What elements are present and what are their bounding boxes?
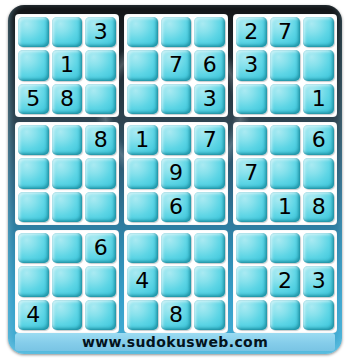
cell-r3c6[interactable]: 3 (194, 84, 225, 114)
cell-r1c9[interactable] (303, 17, 334, 47)
cell-r5c1[interactable] (18, 158, 49, 188)
block-r2c1: 8 (15, 122, 119, 225)
cell-r8c5[interactable] (161, 266, 192, 296)
cell-r6c7[interactable] (236, 192, 267, 222)
cell-r2c3[interactable] (85, 50, 116, 80)
cell-r6c5[interactable]: 6 (161, 192, 192, 222)
cell-r3c1[interactable]: 5 (18, 84, 49, 114)
cell-r7c5[interactable] (161, 233, 192, 263)
cell-r1c5[interactable] (161, 17, 192, 47)
cell-r8c1[interactable] (18, 266, 49, 296)
cell-r7c2[interactable] (52, 233, 83, 263)
block-r1c2: 763 (124, 14, 228, 117)
sudoku-board: 31587632731817966718644823 (15, 14, 337, 333)
cell-r1c7[interactable]: 2 (236, 17, 267, 47)
cell-r1c3[interactable]: 3 (85, 17, 116, 47)
cell-r3c7[interactable] (236, 84, 267, 114)
cell-r5c9[interactable] (303, 158, 334, 188)
cell-r4c3[interactable]: 8 (85, 125, 116, 155)
cell-r8c8[interactable]: 2 (270, 266, 301, 296)
cell-r7c8[interactable] (270, 233, 301, 263)
cell-r8c2[interactable] (52, 266, 83, 296)
cell-r6c8[interactable]: 1 (270, 192, 301, 222)
cell-r7c3[interactable]: 6 (85, 233, 116, 263)
cell-r2c4[interactable] (127, 50, 158, 80)
cell-r3c8[interactable] (270, 84, 301, 114)
cell-r3c3[interactable] (85, 84, 116, 114)
block-r3c1: 64 (15, 230, 119, 333)
block-r3c2: 48 (124, 230, 228, 333)
cell-r5c5[interactable]: 9 (161, 158, 192, 188)
cell-r8c4[interactable]: 4 (127, 266, 158, 296)
cell-r1c1[interactable] (18, 17, 49, 47)
cell-r1c6[interactable] (194, 17, 225, 47)
cell-r7c9[interactable] (303, 233, 334, 263)
cell-r3c4[interactable] (127, 84, 158, 114)
website-url: www.sudokusweb.com (82, 334, 268, 350)
block-r2c3: 6718 (233, 122, 337, 225)
cell-r1c8[interactable]: 7 (270, 17, 301, 47)
cell-r2c5[interactable]: 7 (161, 50, 192, 80)
footer-band: www.sudokusweb.com (15, 333, 335, 351)
cell-r6c2[interactable] (52, 192, 83, 222)
cell-r9c1[interactable]: 4 (18, 300, 49, 330)
cell-r9c8[interactable] (270, 300, 301, 330)
cell-r1c2[interactable] (52, 17, 83, 47)
cell-r6c1[interactable] (18, 192, 49, 222)
cell-r4c7[interactable] (236, 125, 267, 155)
cell-r4c4[interactable]: 1 (127, 125, 158, 155)
sudoku-screenshot: 31587632731817966718644823 www.sudokuswe… (0, 0, 350, 360)
cell-r9c9[interactable] (303, 300, 334, 330)
cell-r6c3[interactable] (85, 192, 116, 222)
cell-r9c4[interactable] (127, 300, 158, 330)
cell-r3c5[interactable] (161, 84, 192, 114)
cell-r2c9[interactable] (303, 50, 334, 80)
cell-r3c2[interactable]: 8 (52, 84, 83, 114)
cell-r2c7[interactable]: 3 (236, 50, 267, 80)
cell-r5c7[interactable]: 7 (236, 158, 267, 188)
cell-r5c6[interactable] (194, 158, 225, 188)
cell-r6c4[interactable] (127, 192, 158, 222)
cell-r9c6[interactable] (194, 300, 225, 330)
cell-r7c1[interactable] (18, 233, 49, 263)
block-r3c3: 23 (233, 230, 337, 333)
cell-r4c8[interactable] (270, 125, 301, 155)
cell-r2c2[interactable]: 1 (52, 50, 83, 80)
cell-r8c9[interactable]: 3 (303, 266, 334, 296)
cell-r4c5[interactable] (161, 125, 192, 155)
cell-r8c7[interactable] (236, 266, 267, 296)
cell-r9c2[interactable] (52, 300, 83, 330)
cell-r8c6[interactable] (194, 266, 225, 296)
cell-r5c8[interactable] (270, 158, 301, 188)
cell-r9c5[interactable]: 8 (161, 300, 192, 330)
cell-r5c4[interactable] (127, 158, 158, 188)
cell-r7c7[interactable] (236, 233, 267, 263)
cell-r6c9[interactable]: 8 (303, 192, 334, 222)
cell-r1c4[interactable] (127, 17, 158, 47)
cell-r5c2[interactable] (52, 158, 83, 188)
cell-r4c2[interactable] (52, 125, 83, 155)
cell-r4c6[interactable]: 7 (194, 125, 225, 155)
cell-r4c1[interactable] (18, 125, 49, 155)
cell-r2c1[interactable] (18, 50, 49, 80)
cell-r6c6[interactable] (194, 192, 225, 222)
cell-r8c3[interactable] (85, 266, 116, 296)
cell-r2c8[interactable] (270, 50, 301, 80)
cell-r5c3[interactable] (85, 158, 116, 188)
cell-r7c4[interactable] (127, 233, 158, 263)
cell-r2c6[interactable]: 6 (194, 50, 225, 80)
cell-r9c3[interactable] (85, 300, 116, 330)
board-frame: 31587632731817966718644823 www.sudokuswe… (8, 5, 342, 354)
block-r2c2: 1796 (124, 122, 228, 225)
cell-r4c9[interactable]: 6 (303, 125, 334, 155)
cell-r9c7[interactable] (236, 300, 267, 330)
block-r1c3: 2731 (233, 14, 337, 117)
cell-r7c6[interactable] (194, 233, 225, 263)
block-r1c1: 3158 (15, 14, 119, 117)
cell-r3c9[interactable]: 1 (303, 84, 334, 114)
